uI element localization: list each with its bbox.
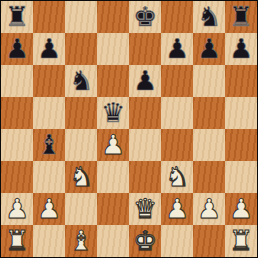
square-b3[interactable] [33, 161, 65, 193]
square-a4[interactable] [1, 129, 33, 161]
square-h4[interactable] [225, 129, 257, 161]
square-c8[interactable] [65, 1, 97, 33]
white-rook[interactable]: ♜ [229, 227, 253, 254]
black-rook[interactable]: ♜ [5, 3, 29, 30]
square-h6[interactable] [225, 65, 257, 97]
square-d7[interactable] [97, 33, 129, 65]
square-f4[interactable] [161, 129, 193, 161]
square-a3[interactable] [1, 161, 33, 193]
square-g4[interactable] [193, 129, 225, 161]
white-knight[interactable]: ♞ [165, 163, 189, 190]
black-pawn[interactable]: ♟ [229, 35, 253, 62]
square-a5[interactable] [1, 97, 33, 129]
white-knight[interactable]: ♞ [69, 163, 93, 190]
square-c3[interactable]: ♞ [65, 161, 97, 193]
square-c5[interactable] [65, 97, 97, 129]
black-knight[interactable]: ♞ [69, 67, 93, 94]
square-e4[interactable] [129, 129, 161, 161]
black-pawn[interactable]: ♟ [165, 35, 189, 62]
square-b5[interactable] [33, 97, 65, 129]
square-d3[interactable] [97, 161, 129, 193]
black-pawn[interactable]: ♟ [197, 35, 221, 62]
square-h8[interactable]: ♜ [225, 1, 257, 33]
square-g3[interactable] [193, 161, 225, 193]
square-c6[interactable]: ♞ [65, 65, 97, 97]
square-h7[interactable]: ♟ [225, 33, 257, 65]
square-e6[interactable]: ♟ [129, 65, 161, 97]
white-rook[interactable]: ♜ [5, 227, 29, 254]
square-c2[interactable] [65, 193, 97, 225]
square-e5[interactable] [129, 97, 161, 129]
square-h2[interactable]: ♟ [225, 193, 257, 225]
black-queen[interactable]: ♛ [101, 99, 125, 126]
square-a1[interactable]: ♜ [1, 225, 33, 257]
square-d1[interactable] [97, 225, 129, 257]
black-king[interactable]: ♚ [133, 3, 157, 30]
square-b6[interactable] [33, 65, 65, 97]
square-g8[interactable]: ♞ [193, 1, 225, 33]
chess-board: ♜♚♞♜♟♟♟♟♟♞♟♛♝♟♞♞♟♟♛♟♟♟♜♝♚♜ [1, 1, 257, 257]
black-pawn[interactable]: ♟ [133, 67, 157, 94]
white-bishop[interactable]: ♝ [69, 227, 93, 254]
white-pawn[interactable]: ♟ [101, 131, 125, 158]
square-a6[interactable] [1, 65, 33, 97]
square-d6[interactable] [97, 65, 129, 97]
square-d2[interactable] [97, 193, 129, 225]
white-pawn[interactable]: ♟ [37, 195, 61, 222]
square-f3[interactable]: ♞ [161, 161, 193, 193]
square-b8[interactable] [33, 1, 65, 33]
square-c4[interactable] [65, 129, 97, 161]
square-b7[interactable]: ♟ [33, 33, 65, 65]
square-h3[interactable] [225, 161, 257, 193]
square-g6[interactable] [193, 65, 225, 97]
square-d4[interactable]: ♟ [97, 129, 129, 161]
square-e3[interactable] [129, 161, 161, 193]
square-b4[interactable]: ♝ [33, 129, 65, 161]
square-h5[interactable] [225, 97, 257, 129]
square-a7[interactable]: ♟ [1, 33, 33, 65]
square-f5[interactable] [161, 97, 193, 129]
white-pawn[interactable]: ♟ [229, 195, 253, 222]
square-b1[interactable] [33, 225, 65, 257]
black-pawn[interactable]: ♟ [5, 35, 29, 62]
white-queen[interactable]: ♛ [133, 195, 157, 222]
square-f2[interactable]: ♟ [161, 193, 193, 225]
square-f6[interactable] [161, 65, 193, 97]
square-e7[interactable] [129, 33, 161, 65]
black-bishop[interactable]: ♝ [37, 131, 61, 158]
square-f8[interactable] [161, 1, 193, 33]
square-c7[interactable] [65, 33, 97, 65]
white-king[interactable]: ♚ [133, 227, 157, 254]
black-rook[interactable]: ♜ [229, 3, 253, 30]
square-g7[interactable]: ♟ [193, 33, 225, 65]
chess-board-frame: ♜♚♞♜♟♟♟♟♟♞♟♛♝♟♞♞♟♟♛♟♟♟♜♝♚♜ [0, 0, 258, 258]
square-g2[interactable]: ♟ [193, 193, 225, 225]
square-d8[interactable] [97, 1, 129, 33]
white-pawn[interactable]: ♟ [165, 195, 189, 222]
square-e8[interactable]: ♚ [129, 1, 161, 33]
square-e1[interactable]: ♚ [129, 225, 161, 257]
square-g1[interactable] [193, 225, 225, 257]
square-d5[interactable]: ♛ [97, 97, 129, 129]
black-pawn[interactable]: ♟ [37, 35, 61, 62]
square-h1[interactable]: ♜ [225, 225, 257, 257]
square-e2[interactable]: ♛ [129, 193, 161, 225]
square-f7[interactable]: ♟ [161, 33, 193, 65]
black-knight[interactable]: ♞ [197, 3, 221, 30]
square-c1[interactable]: ♝ [65, 225, 97, 257]
square-b2[interactable]: ♟ [33, 193, 65, 225]
white-pawn[interactable]: ♟ [197, 195, 221, 222]
square-a2[interactable]: ♟ [1, 193, 33, 225]
white-pawn[interactable]: ♟ [5, 195, 29, 222]
square-a8[interactable]: ♜ [1, 1, 33, 33]
square-g5[interactable] [193, 97, 225, 129]
square-f1[interactable] [161, 225, 193, 257]
